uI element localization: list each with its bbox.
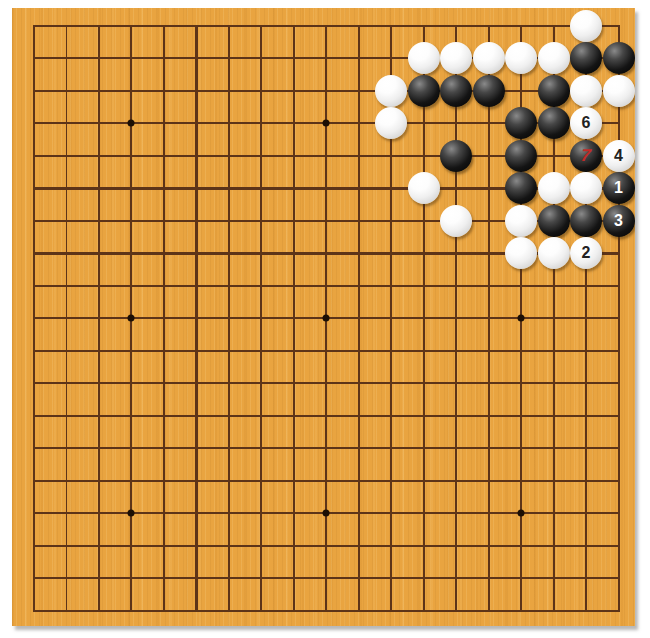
- intersection-J16[interactable]: [277, 107, 310, 140]
- intersection-Q6[interactable]: [505, 432, 538, 465]
- intersection-K11[interactable]: [310, 269, 343, 302]
- intersection-N5[interactable]: [407, 464, 440, 497]
- intersection-E3[interactable]: [147, 529, 180, 562]
- intersection-L19[interactable]: [342, 9, 375, 42]
- intersection-S4[interactable]: [570, 497, 603, 530]
- intersection-B17[interactable]: [50, 74, 83, 107]
- intersection-L8[interactable]: [342, 367, 375, 400]
- intersection-G12[interactable]: [212, 237, 245, 270]
- intersection-C9[interactable]: [82, 334, 115, 367]
- intersection-O18[interactable]: [440, 42, 473, 75]
- intersection-P5[interactable]: [472, 464, 505, 497]
- intersection-S9[interactable]: [570, 334, 603, 367]
- intersection-M10[interactable]: [375, 302, 408, 335]
- intersection-M5[interactable]: [375, 464, 408, 497]
- intersection-D14[interactable]: [115, 172, 148, 205]
- intersection-B15[interactable]: [50, 139, 83, 172]
- intersection-O14[interactable]: [440, 172, 473, 205]
- intersection-H7[interactable]: [245, 399, 278, 432]
- intersection-B1[interactable]: [50, 594, 83, 626]
- intersection-R10[interactable]: [537, 302, 570, 335]
- intersection-D5[interactable]: [115, 464, 148, 497]
- intersection-K16[interactable]: [310, 107, 343, 140]
- intersection-L14[interactable]: [342, 172, 375, 205]
- intersection-R14[interactable]: [537, 172, 570, 205]
- intersection-S2[interactable]: [570, 562, 603, 595]
- intersection-F6[interactable]: [180, 432, 213, 465]
- intersection-D18[interactable]: [115, 42, 148, 75]
- intersection-D1[interactable]: [115, 594, 148, 626]
- intersection-O15[interactable]: [440, 139, 473, 172]
- intersection-N16[interactable]: [407, 107, 440, 140]
- intersection-E8[interactable]: [147, 367, 180, 400]
- intersection-O17[interactable]: [440, 74, 473, 107]
- intersection-T6[interactable]: [602, 432, 635, 465]
- intersection-F1[interactable]: [180, 594, 213, 626]
- intersection-M13[interactable]: [375, 204, 408, 237]
- intersection-B9[interactable]: [50, 334, 83, 367]
- intersection-T2[interactable]: [602, 562, 635, 595]
- intersection-C2[interactable]: [82, 562, 115, 595]
- intersection-G11[interactable]: [212, 269, 245, 302]
- intersection-J19[interactable]: [277, 9, 310, 42]
- intersection-F2[interactable]: [180, 562, 213, 595]
- intersection-T16[interactable]: [602, 107, 635, 140]
- intersection-S6[interactable]: [570, 432, 603, 465]
- intersection-K8[interactable]: [310, 367, 343, 400]
- intersection-O5[interactable]: [440, 464, 473, 497]
- intersection-G1[interactable]: [212, 594, 245, 626]
- intersection-E11[interactable]: [147, 269, 180, 302]
- intersection-R2[interactable]: [537, 562, 570, 595]
- intersection-G14[interactable]: [212, 172, 245, 205]
- intersection-O10[interactable]: [440, 302, 473, 335]
- intersection-E2[interactable]: [147, 562, 180, 595]
- intersection-D13[interactable]: [115, 204, 148, 237]
- intersection-D6[interactable]: [115, 432, 148, 465]
- intersection-C17[interactable]: [82, 74, 115, 107]
- intersection-P1[interactable]: [472, 594, 505, 626]
- intersection-C5[interactable]: [82, 464, 115, 497]
- intersection-C14[interactable]: [82, 172, 115, 205]
- intersection-A5[interactable]: [17, 464, 50, 497]
- intersection-K12[interactable]: [310, 237, 343, 270]
- intersection-Q18[interactable]: [505, 42, 538, 75]
- intersection-B5[interactable]: [50, 464, 83, 497]
- intersection-Q3[interactable]: [505, 529, 538, 562]
- intersection-J2[interactable]: [277, 562, 310, 595]
- intersection-N6[interactable]: [407, 432, 440, 465]
- intersection-K19[interactable]: [310, 9, 343, 42]
- intersection-N8[interactable]: [407, 367, 440, 400]
- intersection-S8[interactable]: [570, 367, 603, 400]
- intersection-L5[interactable]: [342, 464, 375, 497]
- intersection-A16[interactable]: [17, 107, 50, 140]
- intersection-L11[interactable]: [342, 269, 375, 302]
- intersection-K3[interactable]: [310, 529, 343, 562]
- intersection-M3[interactable]: [375, 529, 408, 562]
- intersection-L10[interactable]: [342, 302, 375, 335]
- intersection-L18[interactable]: [342, 42, 375, 75]
- intersection-G3[interactable]: [212, 529, 245, 562]
- intersection-G18[interactable]: [212, 42, 245, 75]
- intersection-N2[interactable]: [407, 562, 440, 595]
- intersection-O13[interactable]: [440, 204, 473, 237]
- intersection-A17[interactable]: [17, 74, 50, 107]
- intersection-P12[interactable]: [472, 237, 505, 270]
- intersection-R17[interactable]: [537, 74, 570, 107]
- intersection-F11[interactable]: [180, 269, 213, 302]
- intersection-F16[interactable]: [180, 107, 213, 140]
- intersection-A10[interactable]: [17, 302, 50, 335]
- intersection-O11[interactable]: [440, 269, 473, 302]
- intersection-M16[interactable]: [375, 107, 408, 140]
- intersection-A2[interactable]: [17, 562, 50, 595]
- intersection-K17[interactable]: [310, 74, 343, 107]
- intersection-E6[interactable]: [147, 432, 180, 465]
- intersection-A3[interactable]: [17, 529, 50, 562]
- intersection-R11[interactable]: [537, 269, 570, 302]
- intersection-J15[interactable]: [277, 139, 310, 172]
- intersection-P10[interactable]: [472, 302, 505, 335]
- intersection-Q4[interactable]: [505, 497, 538, 530]
- intersection-C1[interactable]: [82, 594, 115, 626]
- intersection-O6[interactable]: [440, 432, 473, 465]
- intersection-Q11[interactable]: [505, 269, 538, 302]
- intersection-J10[interactable]: [277, 302, 310, 335]
- intersection-B4[interactable]: [50, 497, 83, 530]
- intersection-O4[interactable]: [440, 497, 473, 530]
- intersection-L9[interactable]: [342, 334, 375, 367]
- intersection-L16[interactable]: [342, 107, 375, 140]
- intersection-F3[interactable]: [180, 529, 213, 562]
- intersection-P14[interactable]: [472, 172, 505, 205]
- intersection-B16[interactable]: [50, 107, 83, 140]
- intersection-A1[interactable]: [17, 594, 50, 626]
- intersection-Q19[interactable]: [505, 9, 538, 42]
- intersection-A8[interactable]: [17, 367, 50, 400]
- intersection-N18[interactable]: [407, 42, 440, 75]
- intersection-M11[interactable]: [375, 269, 408, 302]
- intersection-P17[interactable]: [472, 74, 505, 107]
- intersection-D7[interactable]: [115, 399, 148, 432]
- intersection-Q16[interactable]: [505, 107, 538, 140]
- intersection-Q2[interactable]: [505, 562, 538, 595]
- intersection-O19[interactable]: [440, 9, 473, 42]
- intersection-G9[interactable]: [212, 334, 245, 367]
- intersection-K18[interactable]: [310, 42, 343, 75]
- intersection-A13[interactable]: [17, 204, 50, 237]
- intersection-F18[interactable]: [180, 42, 213, 75]
- intersection-K13[interactable]: [310, 204, 343, 237]
- intersection-M15[interactable]: [375, 139, 408, 172]
- intersection-M2[interactable]: [375, 562, 408, 595]
- intersection-T1[interactable]: [602, 594, 635, 626]
- intersection-T14[interactable]: 1: [602, 172, 635, 205]
- intersection-J7[interactable]: [277, 399, 310, 432]
- intersection-K10[interactable]: [310, 302, 343, 335]
- intersection-J8[interactable]: [277, 367, 310, 400]
- intersection-O2[interactable]: [440, 562, 473, 595]
- intersection-D9[interactable]: [115, 334, 148, 367]
- intersection-S11[interactable]: [570, 269, 603, 302]
- intersection-B3[interactable]: [50, 529, 83, 562]
- intersection-S10[interactable]: [570, 302, 603, 335]
- intersection-H12[interactable]: [245, 237, 278, 270]
- intersection-R18[interactable]: [537, 42, 570, 75]
- intersection-C10[interactable]: [82, 302, 115, 335]
- intersection-L2[interactable]: [342, 562, 375, 595]
- intersection-T18[interactable]: [602, 42, 635, 75]
- intersection-Q13[interactable]: [505, 204, 538, 237]
- intersection-M1[interactable]: [375, 594, 408, 626]
- intersection-N14[interactable]: [407, 172, 440, 205]
- intersection-L4[interactable]: [342, 497, 375, 530]
- intersection-B8[interactable]: [50, 367, 83, 400]
- intersection-K1[interactable]: [310, 594, 343, 626]
- intersection-F15[interactable]: [180, 139, 213, 172]
- intersection-F12[interactable]: [180, 237, 213, 270]
- intersection-N15[interactable]: [407, 139, 440, 172]
- intersection-P9[interactable]: [472, 334, 505, 367]
- intersection-B6[interactable]: [50, 432, 83, 465]
- intersection-L17[interactable]: [342, 74, 375, 107]
- intersection-H17[interactable]: [245, 74, 278, 107]
- intersection-F13[interactable]: [180, 204, 213, 237]
- intersection-M8[interactable]: [375, 367, 408, 400]
- intersection-B12[interactable]: [50, 237, 83, 270]
- intersection-E10[interactable]: [147, 302, 180, 335]
- intersection-D11[interactable]: [115, 269, 148, 302]
- intersection-T17[interactable]: [602, 74, 635, 107]
- intersection-H14[interactable]: [245, 172, 278, 205]
- intersection-H18[interactable]: [245, 42, 278, 75]
- intersection-K15[interactable]: [310, 139, 343, 172]
- intersection-S12[interactable]: 2: [570, 237, 603, 270]
- intersection-G10[interactable]: [212, 302, 245, 335]
- intersection-D3[interactable]: [115, 529, 148, 562]
- intersection-A9[interactable]: [17, 334, 50, 367]
- intersection-P6[interactable]: [472, 432, 505, 465]
- intersection-D15[interactable]: [115, 139, 148, 172]
- intersection-F19[interactable]: [180, 9, 213, 42]
- intersection-F7[interactable]: [180, 399, 213, 432]
- intersection-Q10[interactable]: [505, 302, 538, 335]
- intersection-H5[interactable]: [245, 464, 278, 497]
- intersection-H19[interactable]: [245, 9, 278, 42]
- intersection-F8[interactable]: [180, 367, 213, 400]
- intersection-C11[interactable]: [82, 269, 115, 302]
- intersection-R6[interactable]: [537, 432, 570, 465]
- intersection-J13[interactable]: [277, 204, 310, 237]
- intersection-M9[interactable]: [375, 334, 408, 367]
- intersection-F10[interactable]: [180, 302, 213, 335]
- intersection-T5[interactable]: [602, 464, 635, 497]
- intersection-R7[interactable]: [537, 399, 570, 432]
- intersection-M19[interactable]: [375, 9, 408, 42]
- intersection-C16[interactable]: [82, 107, 115, 140]
- intersection-R9[interactable]: [537, 334, 570, 367]
- intersection-J3[interactable]: [277, 529, 310, 562]
- intersection-F5[interactable]: [180, 464, 213, 497]
- intersection-D2[interactable]: [115, 562, 148, 595]
- intersection-F14[interactable]: [180, 172, 213, 205]
- intersection-D10[interactable]: [115, 302, 148, 335]
- intersection-H2[interactable]: [245, 562, 278, 595]
- intersection-Q5[interactable]: [505, 464, 538, 497]
- intersection-G2[interactable]: [212, 562, 245, 595]
- intersection-S5[interactable]: [570, 464, 603, 497]
- intersection-G13[interactable]: [212, 204, 245, 237]
- intersection-P7[interactable]: [472, 399, 505, 432]
- intersection-E19[interactable]: [147, 9, 180, 42]
- intersection-S13[interactable]: [570, 204, 603, 237]
- intersection-P4[interactable]: [472, 497, 505, 530]
- intersection-G17[interactable]: [212, 74, 245, 107]
- intersection-R3[interactable]: [537, 529, 570, 562]
- intersection-K4[interactable]: [310, 497, 343, 530]
- intersection-G16[interactable]: [212, 107, 245, 140]
- intersection-F17[interactable]: [180, 74, 213, 107]
- intersection-A18[interactable]: [17, 42, 50, 75]
- intersection-M14[interactable]: [375, 172, 408, 205]
- intersection-J4[interactable]: [277, 497, 310, 530]
- intersection-H13[interactable]: [245, 204, 278, 237]
- intersection-E18[interactable]: [147, 42, 180, 75]
- intersection-B10[interactable]: [50, 302, 83, 335]
- intersection-A11[interactable]: [17, 269, 50, 302]
- intersection-C15[interactable]: [82, 139, 115, 172]
- intersection-K2[interactable]: [310, 562, 343, 595]
- intersection-T7[interactable]: [602, 399, 635, 432]
- intersection-Q17[interactable]: [505, 74, 538, 107]
- intersection-C4[interactable]: [82, 497, 115, 530]
- intersection-O1[interactable]: [440, 594, 473, 626]
- intersection-L6[interactable]: [342, 432, 375, 465]
- intersection-L7[interactable]: [342, 399, 375, 432]
- intersection-Q15[interactable]: [505, 139, 538, 172]
- intersection-H6[interactable]: [245, 432, 278, 465]
- intersection-E4[interactable]: [147, 497, 180, 530]
- intersection-D8[interactable]: [115, 367, 148, 400]
- intersection-A15[interactable]: [17, 139, 50, 172]
- intersection-O12[interactable]: [440, 237, 473, 270]
- intersection-H8[interactable]: [245, 367, 278, 400]
- intersection-N17[interactable]: [407, 74, 440, 107]
- intersection-P2[interactable]: [472, 562, 505, 595]
- intersection-D19[interactable]: [115, 9, 148, 42]
- intersection-E12[interactable]: [147, 237, 180, 270]
- intersection-P19[interactable]: [472, 9, 505, 42]
- intersection-Q7[interactable]: [505, 399, 538, 432]
- intersection-L13[interactable]: [342, 204, 375, 237]
- intersection-M6[interactable]: [375, 432, 408, 465]
- intersection-H16[interactable]: [245, 107, 278, 140]
- intersection-B19[interactable]: [50, 9, 83, 42]
- intersection-G15[interactable]: [212, 139, 245, 172]
- intersection-D17[interactable]: [115, 74, 148, 107]
- intersection-C6[interactable]: [82, 432, 115, 465]
- intersection-R12[interactable]: [537, 237, 570, 270]
- intersection-T12[interactable]: [602, 237, 635, 270]
- intersection-G6[interactable]: [212, 432, 245, 465]
- intersection-L3[interactable]: [342, 529, 375, 562]
- intersection-T8[interactable]: [602, 367, 635, 400]
- intersection-D12[interactable]: [115, 237, 148, 270]
- intersection-S7[interactable]: [570, 399, 603, 432]
- intersection-P11[interactable]: [472, 269, 505, 302]
- intersection-H10[interactable]: [245, 302, 278, 335]
- intersection-E16[interactable]: [147, 107, 180, 140]
- intersection-A7[interactable]: [17, 399, 50, 432]
- intersection-K9[interactable]: [310, 334, 343, 367]
- intersection-A4[interactable]: [17, 497, 50, 530]
- intersection-D4[interactable]: [115, 497, 148, 530]
- intersection-M12[interactable]: [375, 237, 408, 270]
- intersection-T19[interactable]: [602, 9, 635, 42]
- intersection-S19[interactable]: [570, 9, 603, 42]
- intersection-S16[interactable]: 6: [570, 107, 603, 140]
- intersection-E17[interactable]: [147, 74, 180, 107]
- intersection-K5[interactable]: [310, 464, 343, 497]
- intersection-F9[interactable]: [180, 334, 213, 367]
- intersection-K7[interactable]: [310, 399, 343, 432]
- intersection-S18[interactable]: [570, 42, 603, 75]
- intersection-B13[interactable]: [50, 204, 83, 237]
- intersection-H9[interactable]: [245, 334, 278, 367]
- intersection-B14[interactable]: [50, 172, 83, 205]
- intersection-A19[interactable]: [17, 9, 50, 42]
- intersection-Q14[interactable]: [505, 172, 538, 205]
- intersection-B11[interactable]: [50, 269, 83, 302]
- intersection-L15[interactable]: [342, 139, 375, 172]
- intersection-J9[interactable]: [277, 334, 310, 367]
- intersection-L12[interactable]: [342, 237, 375, 270]
- intersection-M4[interactable]: [375, 497, 408, 530]
- intersection-O7[interactable]: [440, 399, 473, 432]
- intersection-Q1[interactable]: [505, 594, 538, 626]
- intersection-N1[interactable]: [407, 594, 440, 626]
- intersection-R15[interactable]: [537, 139, 570, 172]
- intersection-R1[interactable]: [537, 594, 570, 626]
- intersection-R8[interactable]: [537, 367, 570, 400]
- intersection-J12[interactable]: [277, 237, 310, 270]
- intersection-A6[interactable]: [17, 432, 50, 465]
- intersection-J18[interactable]: [277, 42, 310, 75]
- intersection-G5[interactable]: [212, 464, 245, 497]
- intersection-P15[interactable]: [472, 139, 505, 172]
- intersection-B2[interactable]: [50, 562, 83, 595]
- intersection-S17[interactable]: [570, 74, 603, 107]
- intersection-J11[interactable]: [277, 269, 310, 302]
- intersection-A12[interactable]: [17, 237, 50, 270]
- intersection-N9[interactable]: [407, 334, 440, 367]
- intersection-T4[interactable]: [602, 497, 635, 530]
- intersection-H15[interactable]: [245, 139, 278, 172]
- intersection-T11[interactable]: [602, 269, 635, 302]
- intersection-R13[interactable]: [537, 204, 570, 237]
- intersection-P3[interactable]: [472, 529, 505, 562]
- intersection-T10[interactable]: [602, 302, 635, 335]
- intersection-K14[interactable]: [310, 172, 343, 205]
- intersection-C18[interactable]: [82, 42, 115, 75]
- intersection-N4[interactable]: [407, 497, 440, 530]
- intersection-C19[interactable]: [82, 9, 115, 42]
- intersection-N10[interactable]: [407, 302, 440, 335]
- intersection-C3[interactable]: [82, 529, 115, 562]
- intersection-P8[interactable]: [472, 367, 505, 400]
- intersection-N3[interactable]: [407, 529, 440, 562]
